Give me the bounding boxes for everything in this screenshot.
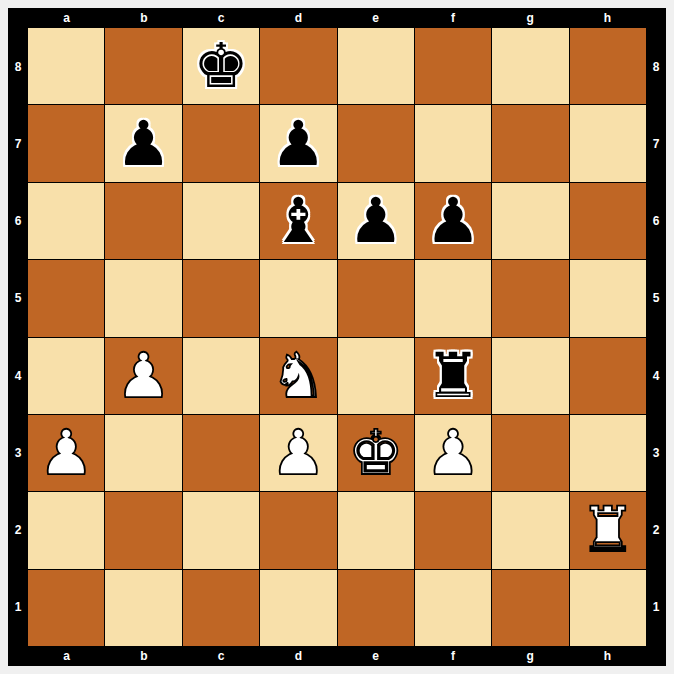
file-label-h: h: [569, 8, 646, 28]
piece-black-pawn[interactable]: ♟: [271, 113, 327, 175]
square-e5[interactable]: [338, 260, 414, 336]
square-f5[interactable]: [415, 260, 491, 336]
square-a7[interactable]: [28, 105, 104, 181]
square-d8[interactable]: [260, 28, 336, 104]
square-e8[interactable]: [338, 28, 414, 104]
piece-white-pawn[interactable]: ♟: [38, 422, 94, 484]
file-label-e: e: [337, 8, 414, 28]
rank-label-7: 7: [646, 105, 666, 182]
piece-white-rook[interactable]: ♜: [580, 499, 636, 561]
square-h5[interactable]: [570, 260, 646, 336]
rank-label-3: 3: [646, 414, 666, 491]
square-g8[interactable]: [492, 28, 568, 104]
file-label-c: c: [183, 646, 260, 666]
rank-labels-right: 87654321: [646, 28, 666, 646]
square-c5[interactable]: [183, 260, 259, 336]
rank-label-2: 2: [646, 492, 666, 569]
chess-board: ♚♟♟♝♟♟♟♞♜♟♟♚♟♜: [28, 28, 646, 646]
square-b2[interactable]: [105, 492, 181, 568]
piece-white-king[interactable]: ♚: [348, 422, 404, 484]
square-d4[interactable]: ♞: [260, 338, 336, 414]
piece-black-pawn[interactable]: ♟: [116, 113, 172, 175]
square-d2[interactable]: [260, 492, 336, 568]
square-g5[interactable]: [492, 260, 568, 336]
file-label-d: d: [260, 646, 337, 666]
square-a5[interactable]: [28, 260, 104, 336]
rank-label-8: 8: [8, 28, 28, 105]
square-f4[interactable]: ♜: [415, 338, 491, 414]
file-label-e: e: [337, 646, 414, 666]
rank-label-7: 7: [8, 105, 28, 182]
square-f7[interactable]: [415, 105, 491, 181]
square-b8[interactable]: [105, 28, 181, 104]
piece-black-pawn[interactable]: ♟: [348, 190, 404, 252]
piece-white-knight[interactable]: ♞: [271, 345, 327, 407]
square-f1[interactable]: [415, 570, 491, 646]
square-h4[interactable]: [570, 338, 646, 414]
square-b6[interactable]: [105, 183, 181, 259]
square-h1[interactable]: [570, 570, 646, 646]
square-g1[interactable]: [492, 570, 568, 646]
square-g7[interactable]: [492, 105, 568, 181]
file-label-f: f: [414, 646, 491, 666]
square-g2[interactable]: [492, 492, 568, 568]
rank-label-5: 5: [8, 260, 28, 337]
square-d3[interactable]: ♟: [260, 415, 336, 491]
rank-label-6: 6: [646, 183, 666, 260]
rank-label-6: 6: [8, 183, 28, 260]
square-a2[interactable]: [28, 492, 104, 568]
square-a6[interactable]: [28, 183, 104, 259]
file-label-a: a: [28, 646, 105, 666]
square-e7[interactable]: [338, 105, 414, 181]
piece-black-pawn[interactable]: ♟: [425, 190, 481, 252]
square-f3[interactable]: ♟: [415, 415, 491, 491]
square-c8[interactable]: ♚: [183, 28, 259, 104]
square-b5[interactable]: [105, 260, 181, 336]
file-label-f: f: [414, 8, 491, 28]
square-h2[interactable]: ♜: [570, 492, 646, 568]
board-frame: abcdefgh abcdefgh 87654321 87654321 ♚♟♟♝…: [8, 8, 666, 666]
square-a8[interactable]: [28, 28, 104, 104]
piece-white-pawn[interactable]: ♟: [271, 422, 327, 484]
square-e4[interactable]: [338, 338, 414, 414]
square-d1[interactable]: [260, 570, 336, 646]
file-label-c: c: [183, 8, 260, 28]
file-label-b: b: [105, 646, 182, 666]
rank-label-8: 8: [646, 28, 666, 105]
square-c7[interactable]: [183, 105, 259, 181]
square-c6[interactable]: [183, 183, 259, 259]
piece-black-rook[interactable]: ♜: [425, 345, 481, 407]
square-b4[interactable]: ♟: [105, 338, 181, 414]
square-e1[interactable]: [338, 570, 414, 646]
piece-black-bishop[interactable]: ♝: [271, 190, 327, 252]
file-label-b: b: [105, 8, 182, 28]
rank-label-4: 4: [8, 337, 28, 414]
piece-black-king[interactable]: ♚: [193, 35, 249, 97]
file-label-g: g: [492, 8, 569, 28]
square-a3[interactable]: ♟: [28, 415, 104, 491]
square-e6[interactable]: ♟: [338, 183, 414, 259]
square-a1[interactable]: [28, 570, 104, 646]
rank-label-5: 5: [646, 260, 666, 337]
file-label-a: a: [28, 8, 105, 28]
file-label-g: g: [492, 646, 569, 666]
square-h8[interactable]: [570, 28, 646, 104]
square-b3[interactable]: [105, 415, 181, 491]
file-label-d: d: [260, 8, 337, 28]
rank-label-2: 2: [8, 492, 28, 569]
rank-label-4: 4: [646, 337, 666, 414]
square-c1[interactable]: [183, 570, 259, 646]
square-g3[interactable]: [492, 415, 568, 491]
square-e2[interactable]: [338, 492, 414, 568]
file-labels-bottom: abcdefgh: [28, 646, 646, 666]
square-d6[interactable]: ♝: [260, 183, 336, 259]
square-d7[interactable]: ♟: [260, 105, 336, 181]
square-c4[interactable]: [183, 338, 259, 414]
square-c3[interactable]: [183, 415, 259, 491]
rank-label-3: 3: [8, 414, 28, 491]
square-f6[interactable]: ♟: [415, 183, 491, 259]
file-label-h: h: [569, 646, 646, 666]
square-g4[interactable]: [492, 338, 568, 414]
square-g6[interactable]: [492, 183, 568, 259]
square-e3[interactable]: ♚: [338, 415, 414, 491]
square-d5[interactable]: [260, 260, 336, 336]
rank-label-1: 1: [646, 569, 666, 646]
rank-labels-left: 87654321: [8, 28, 28, 646]
file-labels-top: abcdefgh: [28, 8, 646, 28]
square-c2[interactable]: [183, 492, 259, 568]
square-b7[interactable]: ♟: [105, 105, 181, 181]
square-h7[interactable]: [570, 105, 646, 181]
square-f8[interactable]: [415, 28, 491, 104]
square-f2[interactable]: [415, 492, 491, 568]
square-b1[interactable]: [105, 570, 181, 646]
rank-label-1: 1: [8, 569, 28, 646]
square-a4[interactable]: [28, 338, 104, 414]
piece-white-pawn[interactable]: ♟: [116, 345, 172, 407]
square-h6[interactable]: [570, 183, 646, 259]
piece-white-pawn[interactable]: ♟: [425, 422, 481, 484]
square-h3[interactable]: [570, 415, 646, 491]
